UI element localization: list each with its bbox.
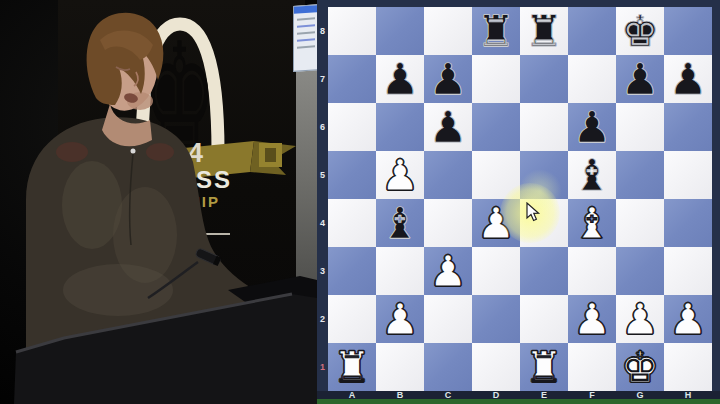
square-c8[interactable] xyxy=(424,7,472,55)
square-a6[interactable] xyxy=(328,103,376,151)
square-b1[interactable] xyxy=(376,343,424,391)
rank-label-6: 6 xyxy=(317,103,328,151)
square-e7[interactable] xyxy=(520,55,568,103)
square-h4[interactable] xyxy=(664,199,712,247)
square-a8[interactable] xyxy=(328,7,376,55)
white-pawn: ♟ xyxy=(376,151,424,199)
square-g2[interactable]: ♟ xyxy=(616,295,664,343)
square-b7[interactable]: ♟ xyxy=(376,55,424,103)
file-labels: ABCDEFGH xyxy=(328,391,712,399)
rank-label-5: 5 xyxy=(317,151,328,199)
square-c7[interactable]: ♟ xyxy=(424,55,472,103)
square-e6[interactable] xyxy=(520,103,568,151)
square-g1[interactable]: ♚ xyxy=(616,343,664,391)
square-e3[interactable] xyxy=(520,247,568,295)
square-h8[interactable] xyxy=(664,7,712,55)
rank-label-3: 3 xyxy=(317,247,328,295)
file-labels-strip: ABCDEFGH xyxy=(317,391,720,399)
square-b4[interactable]: ♝ xyxy=(376,199,424,247)
white-rook: ♜ xyxy=(328,343,376,391)
square-b5[interactable]: ♟ xyxy=(376,151,424,199)
square-c4[interactable] xyxy=(424,199,472,247)
rank-label-8: 8 xyxy=(317,7,328,55)
rank-labels: 87654321 xyxy=(317,7,328,391)
square-f2[interactable]: ♟ xyxy=(568,295,616,343)
square-a4[interactable] xyxy=(328,199,376,247)
square-g4[interactable] xyxy=(616,199,664,247)
white-pawn: ♟ xyxy=(376,295,424,343)
square-g8[interactable]: ♚ xyxy=(616,7,664,55)
square-c3[interactable]: ♟ xyxy=(424,247,472,295)
black-pawn: ♟ xyxy=(376,55,424,103)
square-h5[interactable] xyxy=(664,151,712,199)
file-label-f: F xyxy=(568,391,616,399)
black-bishop: ♝ xyxy=(376,199,424,247)
square-d7[interactable] xyxy=(472,55,520,103)
square-d2[interactable] xyxy=(472,295,520,343)
square-e1[interactable]: ♜ xyxy=(520,343,568,391)
square-f6[interactable]: ♟ xyxy=(568,103,616,151)
square-e2[interactable] xyxy=(520,295,568,343)
rank-label-1: 1 xyxy=(317,343,328,391)
square-e4[interactable] xyxy=(520,199,568,247)
square-f7[interactable] xyxy=(568,55,616,103)
rank-label-4: 4 xyxy=(317,199,328,247)
square-g6[interactable] xyxy=(616,103,664,151)
square-d5[interactable] xyxy=(472,151,520,199)
square-b6[interactable] xyxy=(376,103,424,151)
board-bottom-bar xyxy=(317,399,720,404)
white-pawn: ♟ xyxy=(568,295,616,343)
rank-label-7: 7 xyxy=(317,55,328,103)
square-b3[interactable] xyxy=(376,247,424,295)
square-h7[interactable]: ♟ xyxy=(664,55,712,103)
black-rook: ♜ xyxy=(520,7,568,55)
white-pawn: ♟ xyxy=(616,295,664,343)
square-a1[interactable]: ♜ xyxy=(328,343,376,391)
black-bishop: ♝ xyxy=(568,151,616,199)
square-h2[interactable]: ♟ xyxy=(664,295,712,343)
black-king: ♚ xyxy=(616,7,664,55)
file-label-e: E xyxy=(520,391,568,399)
square-a3[interactable] xyxy=(328,247,376,295)
square-f3[interactable] xyxy=(568,247,616,295)
square-d3[interactable] xyxy=(472,247,520,295)
file-label-c: C xyxy=(424,391,472,399)
video-frame: ♚ 14 ESS HIP S C xyxy=(0,0,720,404)
monitor-sliver xyxy=(293,4,317,72)
file-label-h: H xyxy=(664,391,712,399)
lecture-scene: ♚ 14 ESS HIP S C xyxy=(0,0,317,404)
square-f1[interactable] xyxy=(568,343,616,391)
square-c2[interactable] xyxy=(424,295,472,343)
square-g7[interactable]: ♟ xyxy=(616,55,664,103)
square-h6[interactable] xyxy=(664,103,712,151)
black-pawn: ♟ xyxy=(664,55,712,103)
square-a5[interactable] xyxy=(328,151,376,199)
square-f5[interactable]: ♝ xyxy=(568,151,616,199)
square-c1[interactable] xyxy=(424,343,472,391)
square-g3[interactable] xyxy=(616,247,664,295)
lavalier-mic-icon xyxy=(131,149,136,154)
white-rook: ♜ xyxy=(520,343,568,391)
file-label-d: D xyxy=(472,391,520,399)
black-pawn: ♟ xyxy=(424,55,472,103)
square-b2[interactable]: ♟ xyxy=(376,295,424,343)
presenter xyxy=(0,0,317,404)
square-d4[interactable]: ♟ xyxy=(472,199,520,247)
black-pawn: ♟ xyxy=(616,55,664,103)
square-b8[interactable] xyxy=(376,7,424,55)
square-g5[interactable] xyxy=(616,151,664,199)
chess-board-panel: 87654321 ♜♜♚♟♟♟♟♟♟♟♝♝♟♝♟♟♟♟♟♜♜♚ ABCDEFGH xyxy=(317,0,720,404)
square-d8[interactable]: ♜ xyxy=(472,7,520,55)
square-f8[interactable] xyxy=(568,7,616,55)
file-label-b: B xyxy=(376,391,424,399)
square-h1[interactable] xyxy=(664,343,712,391)
black-pawn: ♟ xyxy=(424,103,472,151)
file-label-a: A xyxy=(328,391,376,399)
square-a7[interactable] xyxy=(328,55,376,103)
square-h3[interactable] xyxy=(664,247,712,295)
white-pawn: ♟ xyxy=(424,247,472,295)
white-king: ♚ xyxy=(616,343,664,391)
file-label-g: G xyxy=(616,391,664,399)
square-e8[interactable]: ♜ xyxy=(520,7,568,55)
chess-board[interactable]: ♜♜♚♟♟♟♟♟♟♟♝♝♟♝♟♟♟♟♟♜♜♚ xyxy=(328,7,712,391)
square-d1[interactable] xyxy=(472,343,520,391)
square-e5[interactable] xyxy=(520,151,568,199)
white-pawn: ♟ xyxy=(472,199,520,247)
white-pawn: ♟ xyxy=(664,295,712,343)
white-bishop: ♝ xyxy=(568,199,616,247)
monitor-titlebar xyxy=(294,5,317,14)
square-a2[interactable] xyxy=(328,295,376,343)
square-c5[interactable] xyxy=(424,151,472,199)
black-rook: ♜ xyxy=(472,7,520,55)
square-c6[interactable]: ♟ xyxy=(424,103,472,151)
square-f4[interactable]: ♝ xyxy=(568,199,616,247)
rank-label-2: 2 xyxy=(317,295,328,343)
square-d6[interactable] xyxy=(472,103,520,151)
black-pawn: ♟ xyxy=(568,103,616,151)
